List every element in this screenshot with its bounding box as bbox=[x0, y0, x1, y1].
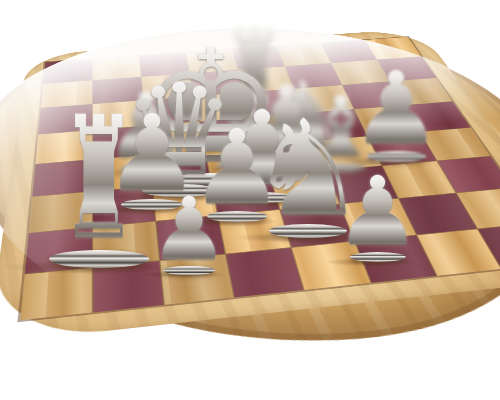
square-e7 bbox=[238, 67, 293, 93]
square-b5 bbox=[93, 126, 149, 159]
square-a1 bbox=[20, 268, 92, 320]
square-a3 bbox=[29, 191, 92, 232]
square-d8 bbox=[186, 49, 237, 73]
square-c2 bbox=[157, 216, 226, 261]
square-b3 bbox=[93, 186, 155, 226]
square-b7 bbox=[93, 77, 143, 104]
square-c7 bbox=[142, 74, 194, 100]
square-d6 bbox=[195, 93, 251, 122]
square-b8 bbox=[93, 56, 141, 80]
square-b6 bbox=[93, 100, 146, 129]
square-b4 bbox=[93, 155, 152, 191]
square-a7 bbox=[41, 81, 92, 108]
square-d3 bbox=[212, 176, 279, 215]
square-d1 bbox=[227, 248, 303, 297]
square-a4 bbox=[32, 159, 92, 196]
square-c3 bbox=[153, 181, 218, 221]
square-b1 bbox=[93, 261, 163, 312]
square-c5 bbox=[147, 122, 205, 154]
square-a6 bbox=[38, 104, 92, 134]
board-viewport bbox=[0, 0, 500, 400]
square-d4 bbox=[206, 145, 269, 180]
square-d2 bbox=[219, 210, 290, 254]
square-c4 bbox=[150, 150, 211, 186]
square-a2 bbox=[25, 227, 92, 273]
square-e8 bbox=[232, 46, 284, 69]
square-a5 bbox=[35, 131, 92, 164]
square-c8 bbox=[140, 52, 190, 76]
square-e4 bbox=[261, 141, 326, 175]
square-c1 bbox=[161, 254, 234, 304]
photo-canvas: ♜♟♟♟♟♞♛♚♟♟♝♟♞♝♟♜ bbox=[0, 0, 500, 400]
square-d5 bbox=[200, 118, 259, 150]
square-d7 bbox=[190, 70, 243, 96]
square-b2 bbox=[93, 221, 159, 266]
olive-wood-board bbox=[0, 14, 500, 388]
square-c6 bbox=[144, 97, 199, 126]
square-a8 bbox=[43, 59, 92, 84]
square-e6 bbox=[245, 89, 303, 117]
square-e5 bbox=[252, 114, 313, 145]
